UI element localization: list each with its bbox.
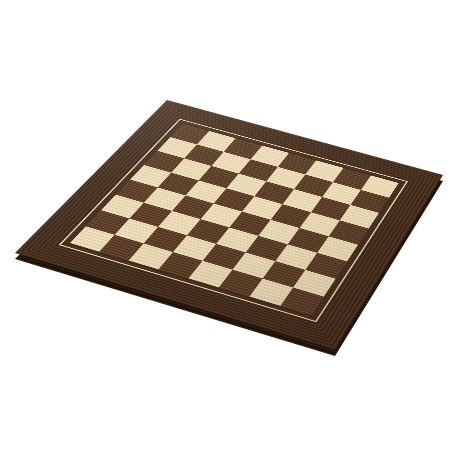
chess-board xyxy=(15,100,443,350)
product-photo-canvas xyxy=(0,0,452,452)
